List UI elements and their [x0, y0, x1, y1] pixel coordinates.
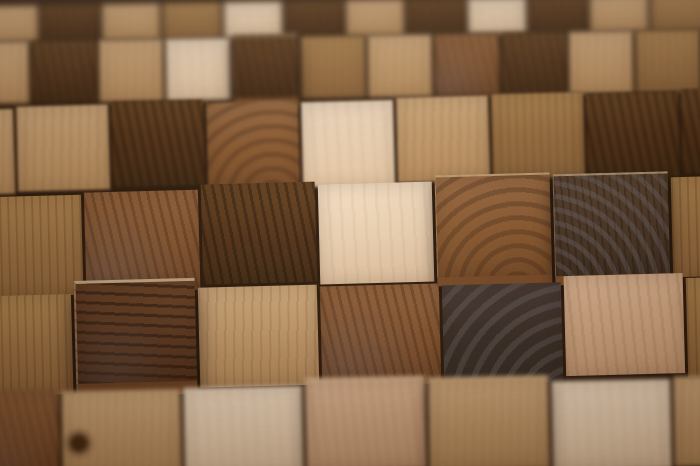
wood-tile-r2c5-l2 — [396, 95, 490, 182]
wood-tile-r0c6-l2 — [346, 0, 405, 36]
wood-tile-r4c4-d2b — [442, 282, 564, 385]
wood-tile-r0c11-m1 — [651, 0, 700, 31]
wood-tile-r3c3-l1 — [318, 182, 435, 285]
wood-tile-r1c9-l2 — [568, 31, 633, 94]
wood-tile-r2c6-m1 — [491, 92, 585, 179]
wood-tile-r5c0-m2 — [0, 389, 60, 466]
wood-tile-r2c3-m2r — [206, 100, 300, 187]
wood-tile-r5c6-l2 — [673, 374, 700, 466]
wood-tile-r2c7-d1 — [586, 91, 680, 178]
wood-tile-r0c10-l2 — [590, 0, 649, 32]
wood-tile-r3c5-d2-raised — [553, 171, 671, 285]
wood-tile-r4c5-l3 — [564, 273, 686, 376]
wood-tile-r3c0-m1 — [0, 195, 84, 298]
wood-tile-r1c2-l2 — [98, 39, 163, 102]
wood-tile-r2c1-l2 — [16, 104, 110, 191]
wood-tile-r5c1-l2k — [61, 389, 182, 466]
wood-tile-r1c1-d1 — [32, 40, 97, 103]
tile-row-5 — [0, 374, 700, 466]
wood-tile-r0c0-l2 — [0, 5, 38, 42]
wood-tile-r0c3-m1 — [163, 2, 222, 39]
tile-row-4 — [0, 272, 700, 394]
wood-tile-r0c2-l2 — [102, 3, 161, 40]
wood-tile-r5c5-l1 — [551, 379, 672, 466]
wood-mosaic-photo — [0, 0, 700, 466]
wood-tile-r1c6-l2 — [367, 34, 432, 97]
wood-tile-r1c5-m1 — [300, 35, 365, 98]
wood-tile-r1c8-d1 — [501, 32, 566, 95]
wood-tile-r2c2-d1 — [111, 100, 205, 187]
wood-tile-r2c4-l1 — [301, 100, 395, 187]
wood-tile-r0c8-l1 — [468, 0, 527, 34]
wood-tile-r5c4-l2-raised — [428, 375, 550, 466]
wood-tile-r3c4-m2r-raised — [435, 172, 553, 286]
wood-tile-r5c2-l1 — [183, 385, 304, 466]
wood-tile-r5c3-l3-raised — [305, 376, 427, 466]
wood-tile-r1c10-m1 — [635, 30, 700, 93]
mosaic-board — [0, 0, 700, 466]
wood-tile-r4c1-d3-raised — [74, 278, 198, 397]
wood-tile-r0c4-l1 — [224, 1, 283, 38]
wood-tile-r3c6-m1 — [671, 174, 700, 277]
wood-tile-r0c9-d1 — [529, 0, 588, 33]
wood-tile-r1c3-l1 — [165, 38, 230, 101]
wood-tile-r1c7-m2 — [434, 33, 499, 96]
wood-tile-r4c0-m1 — [0, 294, 73, 397]
wood-tile-r2c8-d1 — [681, 87, 700, 174]
wood-tile-r4c6-m1 — [686, 275, 700, 378]
wood-tile-r4c3-m2 — [320, 283, 442, 386]
wood-tile-r0c1-d1 — [41, 4, 100, 41]
wood-tile-r1c4-d1-raised — [232, 34, 298, 108]
wood-tile-r4c2-l2 — [198, 285, 320, 388]
wood-tile-r3c2-d1 — [201, 182, 318, 285]
wood-tile-r1c0-l2 — [0, 41, 30, 104]
wood-tile-r2c0-l2 — [0, 109, 15, 196]
wood-tile-r0c5-d1 — [285, 0, 344, 37]
wood-tile-r0c7-d1 — [407, 0, 466, 35]
